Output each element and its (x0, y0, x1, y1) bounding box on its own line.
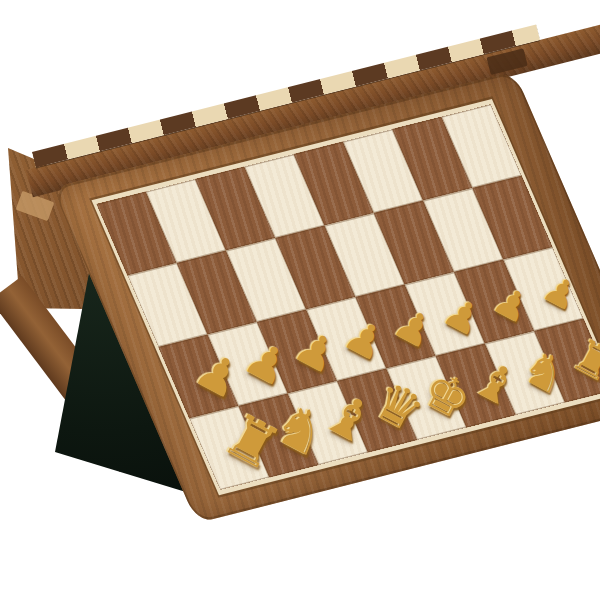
product-photo-scene: ♟♟♟♟♟♟♟♟♜♞♝♛♚♝♞♜ (0, 0, 600, 600)
